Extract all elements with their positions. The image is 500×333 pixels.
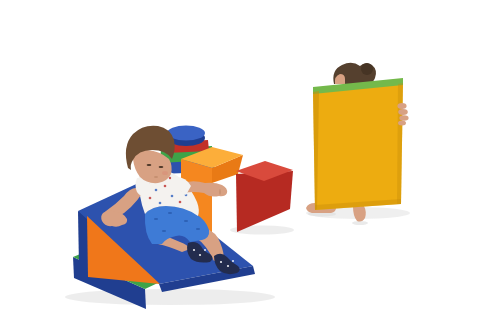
boy-eye-right <box>159 166 164 168</box>
boy-mouth <box>154 176 158 178</box>
girl-hair-bun <box>361 63 373 75</box>
wedge-back-face <box>78 211 88 277</box>
boy-right-hand-finger-line <box>219 189 221 195</box>
soft-play-scene: Two toddlers play with a colourful soft-… <box>0 0 500 333</box>
girl-foot-right-shadow <box>352 221 368 225</box>
yellow-mat <box>313 83 403 210</box>
floor-shadow <box>65 289 275 305</box>
boy-blush <box>162 171 168 175</box>
boy-eye-left <box>147 164 152 166</box>
child-carrying-mat-group <box>306 63 410 225</box>
product-photo-canvas: Two toddlers play with a colourful soft-… <box>0 0 500 333</box>
